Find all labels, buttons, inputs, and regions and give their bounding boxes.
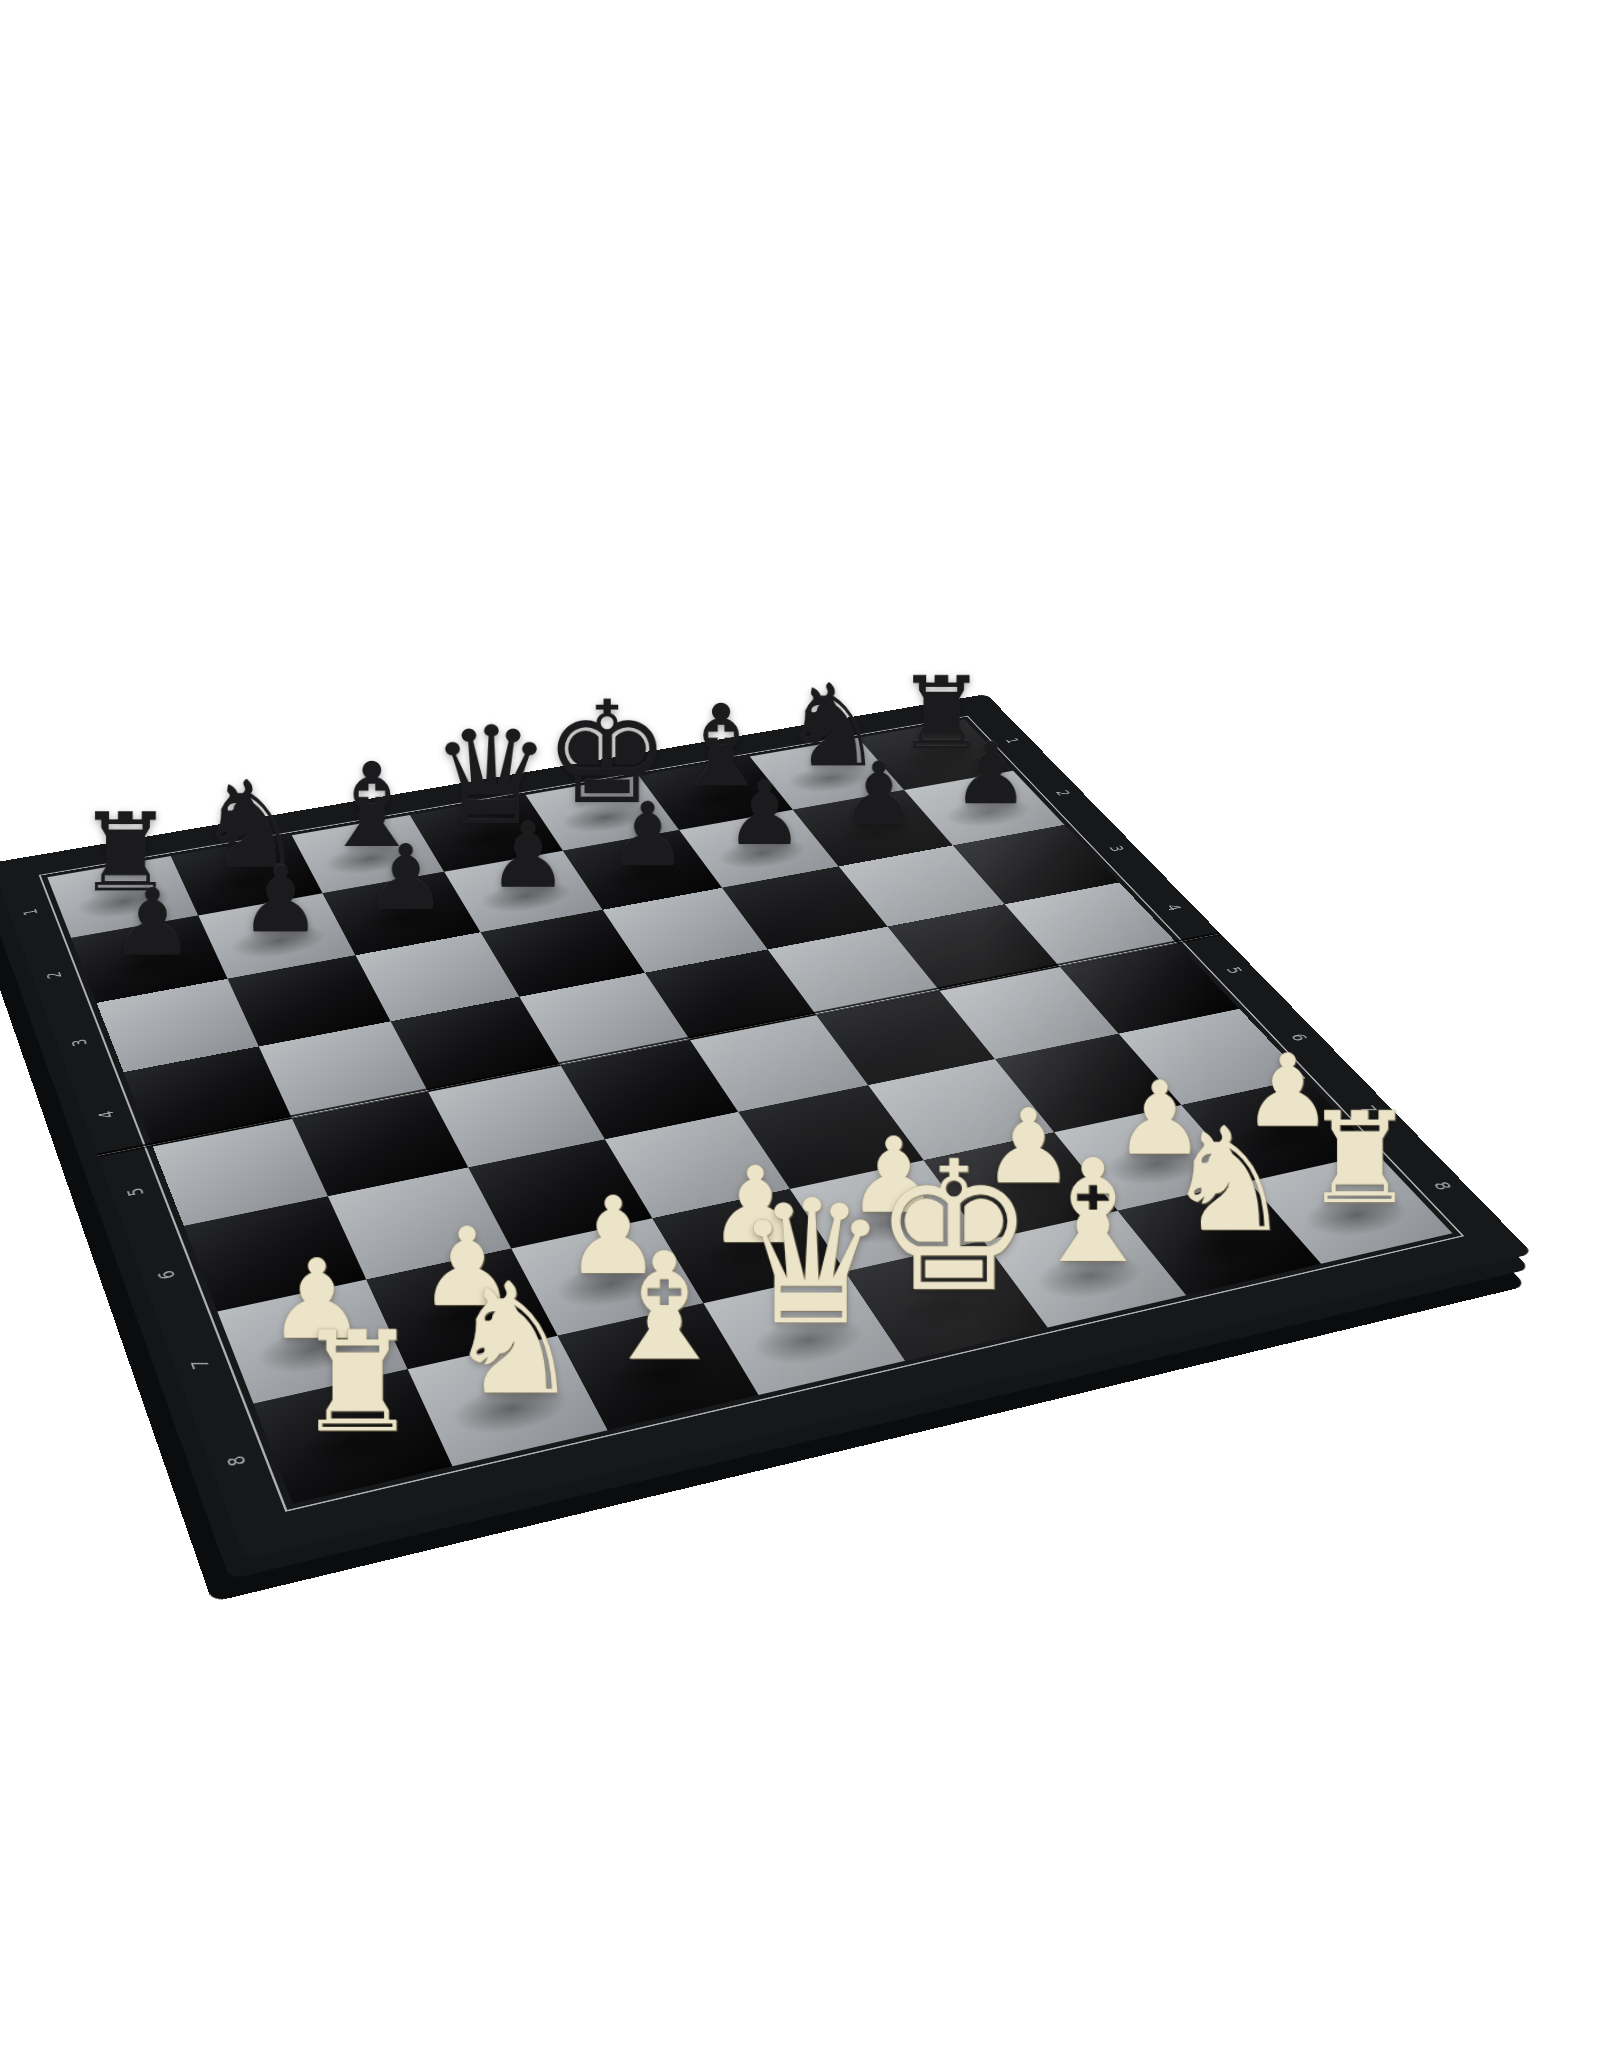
- black-pawn[interactable]: ♟: [46, 879, 258, 967]
- rank-label-left-4: 4: [91, 1106, 121, 1124]
- rank-label-right-5: 5: [1219, 962, 1251, 978]
- chess-set-scene: ♜♞♝♛♚♝♞♜♟♟♟♟♟♟♟♟♟♟♟♟♟♟♟♟♜♞♝♛♚♝♞♜ 1234567…: [0, 0, 1600, 2048]
- board-face: ♜♞♝♛♚♝♞♜♟♟♟♟♟♟♟♟♟♟♟♟♟♟♟♟♜♞♝♛♚♝♞♜ 1234567…: [0, 694, 1533, 1559]
- white-rook[interactable]: ♜: [226, 1317, 489, 1449]
- rank-label-left-1: 1: [17, 905, 44, 920]
- rank-label-right-3: 3: [1102, 842, 1131, 856]
- rank-label-left-7: 7: [183, 1353, 216, 1375]
- rank-label-left-5: 5: [120, 1182, 151, 1201]
- square-a1[interactable]: ♜: [254, 1369, 453, 1503]
- rank-label-right-4: 4: [1159, 900, 1190, 915]
- rank-label-left-6: 6: [150, 1265, 182, 1286]
- rank-label-left-3: 3: [65, 1034, 94, 1051]
- chess-board: ♜♞♝♛♚♝♞♜♟♟♟♟♟♟♟♟♟♟♟♟♟♟♟♟♜♞♝♛♚♝♞♜ 1234567…: [0, 694, 1533, 1559]
- rank-label-left-8: 8: [219, 1449, 254, 1473]
- rank-label-left-2: 2: [40, 968, 67, 984]
- product-photo-background: ♜♞♝♛♚♝♞♜♟♟♟♟♟♟♟♟♟♟♟♟♟♟♟♟♜♞♝♛♚♝♞♜ 1234567…: [0, 0, 1600, 2048]
- board-squares-grid: ♜♞♝♛♚♝♞♜♟♟♟♟♟♟♟♟♟♟♟♟♟♟♟♟♜♞♝♛♚♝♞♜: [47, 720, 1452, 1504]
